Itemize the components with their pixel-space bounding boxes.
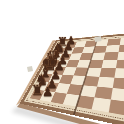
black-pawn: ♟: [42, 86, 53, 99]
product-photo: ♜♟♞♟♝♟♛♟♚♟♝♟♞♟♜♟: [0, 0, 124, 124]
pieces-layer: ♜♟♞♟♝♟♛♟♚♟♝♟♞♟♜♟: [0, 0, 124, 124]
